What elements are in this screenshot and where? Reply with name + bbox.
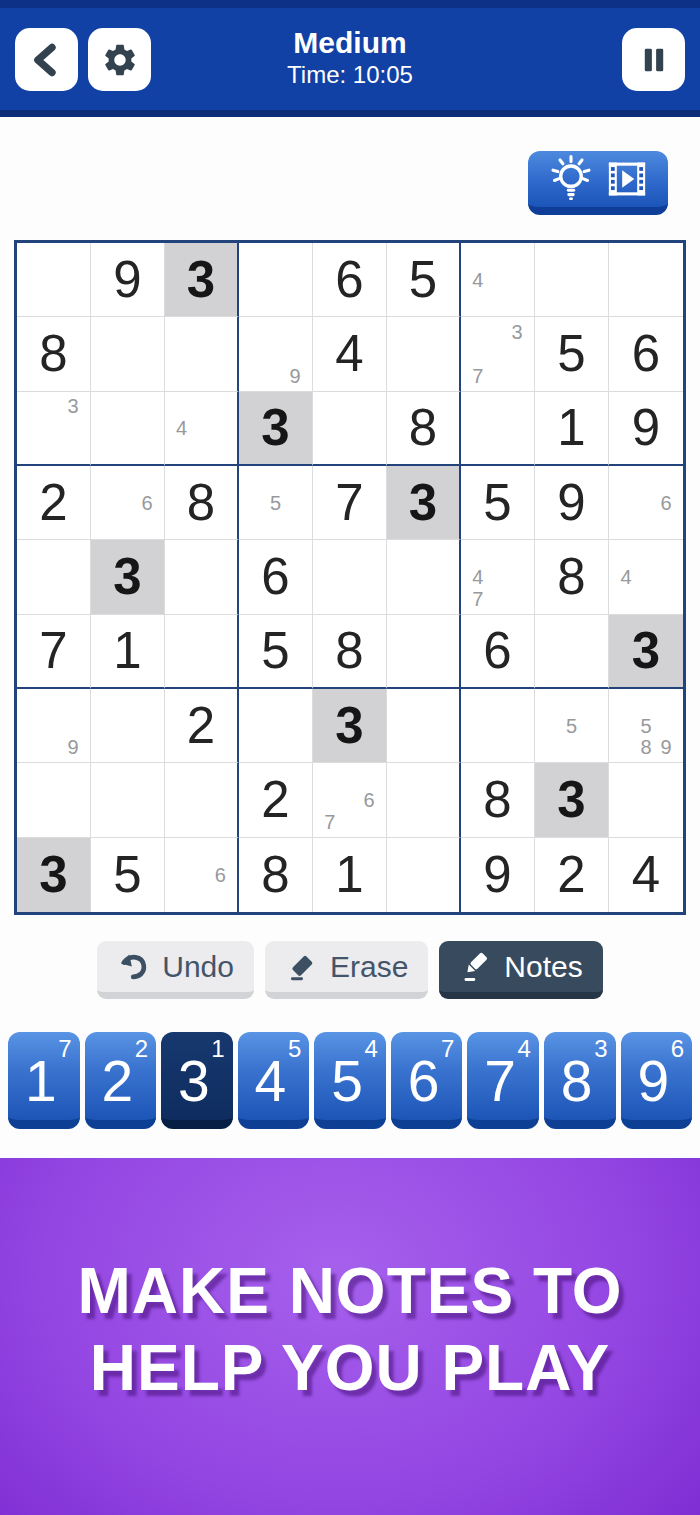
promo-text: MAKE NOTES TO HELP YOU PLAY [0,1253,700,1407]
cell-r1c7[interactable]: 4 [461,243,535,317]
cell-r8c7[interactable]: 8 [461,763,535,837]
key-remaining-count: 2 [135,1035,148,1063]
cell-r1c6[interactable]: 5 [387,243,461,317]
cell-r4c9[interactable]: 6 [609,466,683,540]
notes-label: Notes [504,950,582,984]
cell-r4c2[interactable]: 6 [91,466,165,540]
key-remaining-count: 4 [518,1035,531,1063]
cell-r5c2[interactable]: 3 [91,540,165,614]
cell-r2c4[interactable]: 9 [239,317,313,391]
pencil-notes: 5 [535,689,608,762]
placed-digit: 3 [113,551,141,602]
given-digit: 5 [261,625,289,676]
erase-button[interactable]: Erase [265,941,428,999]
cell-r7c6[interactable] [387,689,461,763]
numpad-key-1[interactable]: 17 [8,1032,80,1129]
key-digit: 2 [101,1053,133,1110]
given-digit: 6 [632,328,660,379]
key-digit: 3 [178,1053,210,1110]
hint-button[interactable] [528,151,668,215]
cell-r5c3[interactable] [165,540,239,614]
cell-r2c8[interactable]: 5 [535,317,609,391]
numpad-key-8[interactable]: 83 [544,1032,616,1129]
cell-r6c5[interactable]: 8 [313,615,387,689]
cell-r2c2[interactable] [91,317,165,391]
given-digit: 6 [483,625,511,676]
back-button[interactable] [15,28,78,91]
cell-r7c4[interactable] [239,689,313,763]
pencil-notes: 6 [91,466,164,539]
given-digit: 2 [39,477,67,528]
cell-r6c2[interactable]: 1 [91,615,165,689]
cell-r4c7[interactable]: 5 [461,466,535,540]
cell-r8c3[interactable] [165,763,239,837]
key-remaining-count: 3 [594,1035,607,1063]
numpad-key-3[interactable]: 31 [161,1032,233,1129]
cell-r8c5[interactable]: 67 [313,763,387,837]
given-digit: 1 [335,849,363,900]
placed-digit: 3 [39,849,67,900]
cell-r5c5[interactable] [313,540,387,614]
pencil-notes: 6 [165,838,237,912]
cell-r1c8[interactable] [535,243,609,317]
cell-r4c3[interactable]: 8 [165,466,239,540]
given-digit: 1 [557,402,585,453]
key-digit: 5 [331,1053,363,1110]
cell-r6c3[interactable] [165,615,239,689]
key-remaining-count: 1 [211,1035,224,1063]
number-pad: 172231455467748396 [8,1032,692,1129]
cell-r3c6[interactable]: 8 [387,392,461,466]
placed-digit: 3 [632,625,660,676]
cell-r1c5[interactable]: 6 [313,243,387,317]
given-digit: 9 [483,849,511,900]
promo-line-2: HELP YOU PLAY [0,1330,700,1407]
given-digit: 9 [113,254,141,305]
given-digit: 1 [113,625,141,676]
numpad-key-6[interactable]: 67 [391,1032,463,1129]
given-digit: 8 [261,849,289,900]
undo-icon [117,950,153,984]
cell-r7c9[interactable]: 589 [609,689,683,763]
cell-r3c3[interactable]: 4 [165,392,239,466]
cell-r7c1[interactable]: 9 [17,689,91,763]
pencil-notes: 9 [17,689,90,762]
cell-r1c2[interactable]: 9 [91,243,165,317]
cell-r4c5[interactable]: 7 [313,466,387,540]
pencil-notes: 5 [239,466,312,539]
cell-r3c5[interactable] [313,392,387,466]
key-remaining-count: 7 [58,1035,71,1063]
pencil-notes: 47 [461,540,534,613]
given-digit: 8 [557,551,585,602]
cell-r7c3[interactable]: 2 [165,689,239,763]
placed-digit: 3 [187,254,215,305]
cell-r4c4[interactable]: 5 [239,466,313,540]
key-digit: 7 [484,1053,516,1110]
placed-digit: 3 [557,774,585,825]
promo-banner: MAKE NOTES TO HELP YOU PLAY 系统天地 [0,1158,700,1515]
promo-line-1: MAKE NOTES TO [0,1253,700,1330]
cell-r5c1[interactable] [17,540,91,614]
cell-r5c6[interactable] [387,540,461,614]
lightbulb-hint-icon [549,155,593,203]
given-digit: 2 [261,774,289,825]
numpad-key-5[interactable]: 54 [314,1032,386,1129]
toolbar: Undo Erase [0,941,700,999]
cell-r9c9[interactable]: 4 [609,838,683,912]
cell-r1c3[interactable]: 3 [165,243,239,317]
timer-label: Time: 10:05 [287,60,413,90]
given-digit: 5 [113,849,141,900]
cell-r7c2[interactable] [91,689,165,763]
cell-r3c8[interactable]: 1 [535,392,609,466]
given-digit: 4 [335,328,363,379]
cell-r2c9[interactable]: 6 [609,317,683,391]
cell-r6c9[interactable]: 3 [609,615,683,689]
given-digit: 5 [483,477,511,528]
header-bar: Medium Time: 10:05 [0,0,700,117]
pencil-notes: 4 [461,243,534,316]
cell-r2c5[interactable]: 4 [313,317,387,391]
given-digit: 8 [335,625,363,676]
video-hint-icon [606,160,648,198]
key-digit: 4 [255,1053,287,1110]
cell-r4c1[interactable]: 2 [17,466,91,540]
cell-r7c5[interactable]: 3 [313,689,387,763]
cell-r9c7[interactable]: 9 [461,838,535,912]
cell-r1c4[interactable] [239,243,313,317]
key-digit: 6 [408,1053,440,1110]
cell-r2c1[interactable]: 8 [17,317,91,391]
cell-r4c8[interactable]: 9 [535,466,609,540]
cell-r3c7[interactable] [461,392,535,466]
numpad-key-7[interactable]: 74 [467,1032,539,1129]
given-digit: 8 [187,477,215,528]
back-chevron-icon [27,40,67,80]
cell-r7c8[interactable]: 5 [535,689,609,763]
cell-r3c9[interactable]: 9 [609,392,683,466]
undo-label: Undo [162,950,234,984]
numpad-key-9[interactable]: 96 [621,1032,693,1129]
placed-digit: 3 [335,700,363,751]
pause-icon [637,43,671,77]
given-digit: 9 [557,477,585,528]
cell-r8c1[interactable] [17,763,91,837]
cell-r8c9[interactable] [609,763,683,837]
cell-r6c7[interactable]: 6 [461,615,535,689]
cell-r3c2[interactable] [91,392,165,466]
cell-r5c7[interactable]: 47 [461,540,535,614]
given-digit: 7 [335,477,363,528]
cell-r1c1[interactable] [17,243,91,317]
cell-r4c6[interactable]: 3 [387,466,461,540]
pencil-notes: 3 [17,392,90,464]
notes-button[interactable]: Notes [439,941,602,999]
pencil-notes: 4 [609,540,683,613]
given-digit: 8 [409,402,437,453]
key-remaining-count: 4 [364,1035,377,1063]
cell-r3c4[interactable]: 3 [239,392,313,466]
cell-r9c1[interactable]: 3 [17,838,91,912]
cell-r2c6[interactable] [387,317,461,391]
sudoku-board-frame: 9365489437563438192685735963647847158639… [14,240,686,915]
cell-r9c5[interactable]: 1 [313,838,387,912]
key-digit: 8 [561,1053,593,1110]
given-digit: 5 [409,254,437,305]
placed-digit: 3 [261,402,289,453]
given-digit: 2 [187,700,215,751]
given-digit: 7 [39,625,67,676]
cell-r6c1[interactable]: 7 [17,615,91,689]
cell-r9c8[interactable]: 2 [535,838,609,912]
key-remaining-count: 7 [441,1035,454,1063]
pencil-notes: 37 [461,317,534,390]
eraser-icon [285,950,321,984]
placed-digit: 3 [409,477,437,528]
pencil-icon [459,950,495,984]
key-digit: 1 [25,1053,57,1110]
gear-icon [101,41,139,79]
numpad-key-2[interactable]: 22 [85,1032,157,1129]
undo-button[interactable]: Undo [97,941,254,999]
cell-r8c2[interactable] [91,763,165,837]
cell-r6c4[interactable]: 5 [239,615,313,689]
cell-r8c6[interactable] [387,763,461,837]
cell-r8c8[interactable]: 3 [535,763,609,837]
difficulty-label: Medium [293,26,406,60]
cell-r3c1[interactable]: 3 [17,392,91,466]
pencil-notes: 67 [313,763,386,836]
sudoku-app-screen: Medium Time: 10:05 [0,0,700,1515]
cell-r9c3[interactable]: 6 [165,838,239,912]
cell-r2c3[interactable] [165,317,239,391]
given-digit: 8 [483,774,511,825]
cell-r5c8[interactable]: 8 [535,540,609,614]
given-digit: 6 [335,254,363,305]
cell-r8c4[interactable]: 2 [239,763,313,837]
pencil-notes: 6 [609,466,683,539]
key-remaining-count: 6 [671,1035,684,1063]
cell-r9c2[interactable]: 5 [91,838,165,912]
cell-r9c6[interactable] [387,838,461,912]
cell-r2c7[interactable]: 37 [461,317,535,391]
settings-button[interactable] [88,28,151,91]
numpad-key-4[interactable]: 45 [238,1032,310,1129]
pause-button[interactable] [622,28,685,91]
cell-r5c9[interactable]: 4 [609,540,683,614]
cell-r9c4[interactable]: 8 [239,838,313,912]
given-digit: 5 [557,328,585,379]
given-digit: 6 [261,551,289,602]
cell-r1c9[interactable] [609,243,683,317]
pencil-notes: 9 [239,317,312,390]
key-digit: 9 [637,1053,669,1110]
given-digit: 4 [632,849,660,900]
cell-r5c4[interactable]: 6 [239,540,313,614]
given-digit: 8 [39,328,67,379]
cell-r6c6[interactable] [387,615,461,689]
pencil-notes: 589 [609,689,683,762]
pencil-notes: 4 [165,392,237,464]
cell-r6c8[interactable] [535,615,609,689]
erase-label: Erase [330,950,408,984]
sudoku-board: 9365489437563438192685735963647847158639… [17,243,683,912]
key-remaining-count: 5 [288,1035,301,1063]
cell-r7c7[interactable] [461,689,535,763]
given-digit: 9 [632,402,660,453]
given-digit: 2 [557,849,585,900]
